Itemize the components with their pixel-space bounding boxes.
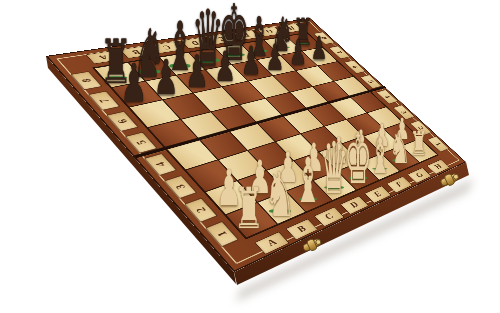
piece-black-pawn-d7[interactable]: ♟ bbox=[214, 46, 236, 88]
piece-black-pawn-e7[interactable]: ♟ bbox=[240, 43, 260, 82]
piece-black-pawn-b7[interactable]: ♟ bbox=[154, 53, 179, 101]
piece-black-pawn-g7[interactable]: ♟ bbox=[289, 37, 307, 71]
piece-black-pawn-f7[interactable]: ♟ bbox=[265, 40, 284, 76]
piece-glyph: ♟ bbox=[120, 57, 147, 109]
piece-glyph: ♟ bbox=[214, 46, 236, 88]
piece-glyph: ♝ bbox=[294, 151, 322, 213]
piece-black-pawn-a7[interactable]: ♟ bbox=[120, 57, 147, 109]
piece-glyph: ♟ bbox=[265, 40, 284, 76]
piece-glyph: ♟ bbox=[185, 50, 208, 95]
piece-glyph: ♟ bbox=[240, 43, 260, 82]
piece-white-rook-a1[interactable]: ♜ bbox=[234, 181, 265, 238]
piece-white-bishop-c1[interactable]: ♝ bbox=[294, 151, 322, 213]
piece-glyph: ♞ bbox=[390, 128, 411, 170]
piece-black-pawn-h7[interactable]: ♟ bbox=[310, 34, 327, 66]
product-photo-scene: AA11BB22CC33DD44EE55FF66GG77HH88 ♜♞♝♛♚♝♞… bbox=[0, 0, 500, 313]
piece-glyph: ♟ bbox=[289, 37, 307, 71]
piece-glyph: ♟ bbox=[154, 53, 179, 101]
piece-glyph: ♞ bbox=[264, 163, 295, 225]
piece-white-rook-h1[interactable]: ♜ bbox=[410, 127, 428, 160]
piece-white-knight-b1[interactable]: ♞ bbox=[264, 163, 295, 225]
piece-glyph: ♛ bbox=[319, 133, 348, 205]
piece-glyph: ♟ bbox=[310, 34, 327, 66]
pieces-layer: ♜♞♝♛♚♝♞♜♟♟♟♟♟♟♟♟♟♟♟♟♟♟♟♟♜♞♝♛♚♝♞♜ bbox=[0, 0, 500, 313]
piece-glyph: ♜ bbox=[410, 127, 428, 160]
piece-glyph: ♜ bbox=[234, 181, 265, 238]
piece-black-pawn-c7[interactable]: ♟ bbox=[185, 50, 208, 95]
piece-white-knight-g1[interactable]: ♞ bbox=[390, 128, 411, 170]
piece-white-queen-d1[interactable]: ♛ bbox=[319, 133, 348, 205]
